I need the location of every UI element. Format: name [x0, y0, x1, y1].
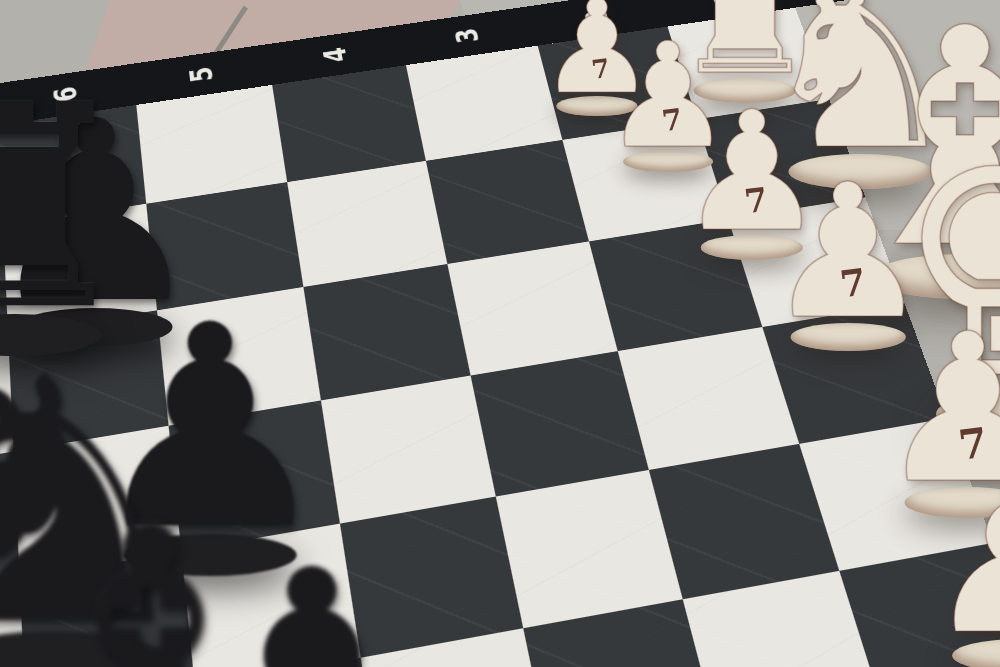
pawn-shield-number: 7 [838, 264, 868, 304]
black-bishop-f8[interactable]: ♝ [0, 482, 302, 667]
white-pawn-c2[interactable]: ♟ 7 [921, 445, 1000, 665]
photo-stage: 8 7 6 5 4 3 2 1 ♜ ♞ ♝ ♚ [0, 0, 1000, 667]
bishop-glyph: ♝ [0, 482, 302, 667]
pawn-glyph: ♟ [921, 445, 1000, 665]
